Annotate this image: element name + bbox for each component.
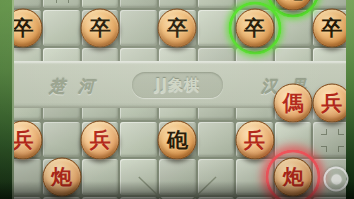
piece-black-soldier[interactable]: 卒	[81, 9, 120, 48]
piece-red-cannon[interactable]: 炮	[274, 158, 313, 197]
piece-black-cannon[interactable]: 砲	[158, 120, 197, 159]
piece-red-soldier[interactable]: 兵	[235, 120, 274, 159]
piece-glyph: 卒	[244, 14, 265, 42]
piece-glyph: 卒	[167, 14, 188, 42]
piece-glyph: 炮	[51, 163, 72, 191]
piece-glyph: 兵	[13, 125, 34, 153]
control-button[interactable]	[324, 167, 349, 192]
piece-glyph: 傌	[283, 88, 304, 116]
piece-glyph: 砲	[167, 125, 188, 153]
piece-glyph: 卒	[90, 14, 111, 42]
piece-glyph: 兵	[244, 125, 265, 153]
control-button-dot	[331, 174, 341, 184]
piece-red-horse[interactable]: 傌	[274, 83, 313, 122]
game-screen: 楚河 JJ象棋 汉界 砲卒卒卒卒卒傌兵兵兵砲兵炮炮	[0, 0, 354, 199]
piece-glyph: 兵	[90, 125, 111, 153]
piece-glyph: 卒	[13, 14, 34, 42]
piece-black-soldier[interactable]: 卒	[235, 9, 274, 48]
piece-glyph: 炮	[283, 163, 304, 191]
piece-glyph: 兵	[321, 88, 342, 116]
table-edge-left	[0, 0, 14, 199]
piece-black-soldier[interactable]: 卒	[158, 9, 197, 48]
pieces-layer: 砲卒卒卒卒卒傌兵兵兵砲兵炮炮	[0, 0, 354, 199]
piece-glyph: 砲	[283, 0, 304, 4]
piece-red-soldier[interactable]: 兵	[81, 120, 120, 159]
piece-red-cannon[interactable]: 炮	[42, 158, 81, 197]
table-edge-right	[346, 0, 354, 199]
piece-glyph: 卒	[321, 14, 342, 42]
